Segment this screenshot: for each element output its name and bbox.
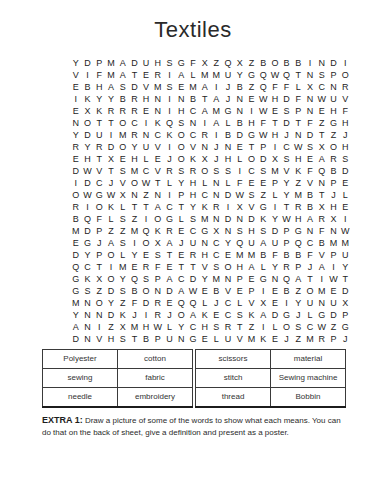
grid-cell: S [117, 286, 129, 298]
grid-cell: E [304, 153, 316, 165]
grid-cell: C [304, 238, 316, 250]
grid-cell: W [257, 93, 269, 105]
grid-cell: X [269, 153, 281, 165]
grid-cell: G [246, 69, 258, 81]
word-bank-item: needle [43, 387, 118, 407]
grid-cell: Z [117, 226, 129, 238]
grid-cell: Z [292, 177, 304, 189]
grid-cell: Q [70, 262, 82, 274]
grid-cell: Y [70, 129, 82, 141]
grid-cell: N [93, 310, 105, 322]
grid-cell: Q [175, 298, 187, 310]
grid-cell: B [129, 286, 141, 298]
grid-cell: R [70, 141, 82, 153]
grid-cell: D [269, 226, 281, 238]
grid-cell: Z [292, 286, 304, 298]
grid-cell: D [339, 165, 351, 177]
grid-cell: S [117, 165, 129, 177]
grid-cell: N [140, 129, 152, 141]
word-bank: Polyestercottonsewingfabricneedleembroid… [42, 349, 346, 408]
grid-cell: M [292, 189, 304, 201]
grid-cell: K [82, 93, 94, 105]
grid-cell: C [93, 177, 105, 189]
word-bank-item: scissors [196, 350, 271, 369]
grid-cell: M [339, 238, 351, 250]
grid-cell: I [164, 189, 176, 201]
grid-cell: V [199, 262, 211, 274]
grid-cell: G [164, 214, 176, 226]
grid-cell: U [339, 250, 351, 262]
grid-cell: Z [93, 286, 105, 298]
grid-cell: I [105, 129, 117, 141]
grid-cell: U [93, 129, 105, 141]
grid-cell: G [70, 274, 82, 286]
grid-cell: L [187, 69, 199, 81]
grid-cell: L [117, 202, 129, 214]
grid-cell: W [140, 177, 152, 189]
grid-cell: L [175, 214, 187, 226]
grid-cell: A [117, 69, 129, 81]
grid-cell: L [269, 189, 281, 201]
grid-cell: M [210, 69, 222, 81]
grid-cell: I [339, 214, 351, 226]
grid-cell: X [316, 141, 328, 153]
grid-cell: A [257, 310, 269, 322]
grid-cell: W [257, 105, 269, 117]
grid-cell: Q [140, 226, 152, 238]
grid-cell: N [199, 238, 211, 250]
grid-cell: G [82, 238, 94, 250]
grid-cell: J [222, 93, 234, 105]
grid-cell: U [222, 69, 234, 81]
grid-cell: J [304, 262, 316, 274]
grid-cell: H [246, 117, 258, 129]
grid-cell: X [117, 189, 129, 201]
grid-cell: H [339, 141, 351, 153]
grid-cell: N [82, 334, 94, 346]
grid-cell: I [269, 141, 281, 153]
word-bank-table-right: scissorsmaterialstitchSewing machinethre… [195, 349, 346, 408]
grid-cell: P [152, 334, 164, 346]
grid-cell: K [152, 117, 164, 129]
grid-cell: C [129, 117, 141, 129]
grid-cell: W [82, 165, 94, 177]
grid-cell: J [175, 238, 187, 250]
grid-cell: M [129, 165, 141, 177]
grid-cell: N [210, 177, 222, 189]
grid-cell: R [117, 105, 129, 117]
grid-cell: W [187, 286, 199, 298]
grid-cell: L [257, 262, 269, 274]
grid-cell: K [152, 226, 164, 238]
grid-cell: U [269, 238, 281, 250]
grid-cell: O [105, 250, 117, 262]
grid-cell: B [257, 250, 269, 262]
grid-cell: N [70, 117, 82, 129]
grid-cell: P [93, 250, 105, 262]
grid-cell: M [105, 69, 117, 81]
grid-cell: D [70, 165, 82, 177]
grid-cell: O [246, 153, 258, 165]
grid-cell: I [140, 310, 152, 322]
grid-cell: U [140, 57, 152, 69]
grid-cell: C [316, 81, 328, 93]
grid-cell: C [175, 274, 187, 286]
grid-cell: G [175, 57, 187, 69]
grid-cell: I [105, 262, 117, 274]
grid-cell: I [93, 322, 105, 334]
grid-cell: V [316, 250, 328, 262]
grid-cell: C [187, 105, 199, 117]
grid-cell: P [93, 226, 105, 238]
grid-cell: T [269, 117, 281, 129]
grid-cell: F [187, 57, 199, 69]
grid-cell: F [304, 250, 316, 262]
grid-cell: B [70, 214, 82, 226]
grid-cell: W [82, 189, 94, 201]
grid-cell: I [140, 117, 152, 129]
grid-cell: M [187, 81, 199, 93]
grid-cell: I [246, 105, 258, 117]
grid-cell: M [316, 286, 328, 298]
grid-cell: X [93, 274, 105, 286]
grid-cell: C [199, 189, 211, 201]
grid-cell: N [82, 298, 94, 310]
grid-cell: I [210, 129, 222, 141]
grid-cell: O [105, 274, 117, 286]
grid-cell: A [105, 81, 117, 93]
page-title: Textiles [0, 17, 386, 43]
grid-cell: O [304, 286, 316, 298]
grid-cell: S [164, 57, 176, 69]
grid-cell: X [328, 214, 340, 226]
grid-cell: G [70, 286, 82, 298]
grid-cell: I [70, 177, 82, 189]
grid-cell: B [304, 202, 316, 214]
grid-cell: Y [199, 274, 211, 286]
grid-cell: T [292, 117, 304, 129]
grid-cell: J [164, 153, 176, 165]
grid-cell: M [152, 81, 164, 93]
grid-cell: B [82, 81, 94, 93]
grid-cell: P [281, 226, 293, 238]
grid-cell: O [70, 189, 82, 201]
grid-cell: G [292, 226, 304, 238]
grid-cell: F [93, 69, 105, 81]
grid-cell: E [70, 105, 82, 117]
grid-cell: G [257, 274, 269, 286]
grid-cell: I [304, 57, 316, 69]
grid-cell: E [140, 105, 152, 117]
grid-cell: G [328, 117, 340, 129]
grid-cell: B [234, 117, 246, 129]
grid-cell: F [269, 250, 281, 262]
grid-cell: X [304, 81, 316, 93]
grid-cell: B [234, 81, 246, 93]
grid-cell: X [316, 202, 328, 214]
grid-cell: G [199, 226, 211, 238]
grid-cell: V [152, 165, 164, 177]
grid-cell: S [175, 165, 187, 177]
grid-cell: N [304, 69, 316, 81]
grid-cell: W [281, 214, 293, 226]
grid-cell: O [117, 141, 129, 153]
grid-cell: N [316, 298, 328, 310]
grid-cell: N [199, 141, 211, 153]
grid-cell: E [175, 226, 187, 238]
grid-cell: R [316, 214, 328, 226]
grid-cell: S [117, 81, 129, 93]
grid-cell: L [269, 322, 281, 334]
grid-cell: L [164, 322, 176, 334]
grid-cell: Y [281, 189, 293, 201]
grid-cell: D [82, 129, 94, 141]
grid-cell: S [82, 286, 94, 298]
grid-cell: Z [328, 322, 340, 334]
grid-cell: B [316, 238, 328, 250]
grid-cell: N [210, 214, 222, 226]
grid-cell: M [129, 226, 141, 238]
grid-cell: E [328, 286, 340, 298]
grid-cell: J [105, 177, 117, 189]
grid-cell: A [152, 202, 164, 214]
grid-cell: P [246, 286, 258, 298]
grid-cell: P [339, 310, 351, 322]
grid-cell: R [140, 262, 152, 274]
grid-cell: Q [222, 57, 234, 69]
grid-cell: T [175, 262, 187, 274]
grid-cell: P [328, 250, 340, 262]
grid-cell: V [117, 177, 129, 189]
grid-cell: C [246, 165, 258, 177]
grid-cell: H [82, 153, 94, 165]
grid-cell: I [164, 141, 176, 153]
grid-cell: R [152, 69, 164, 81]
grid-cell: N [292, 129, 304, 141]
grid-cell: D [82, 57, 94, 69]
grid-cell: E [234, 286, 246, 298]
grid-cell: U [328, 93, 340, 105]
grid-cell: D [222, 189, 234, 201]
word-bank-table-left: Polyestercottonsewingfabricneedleembroid… [42, 349, 193, 408]
grid-cell: D [129, 81, 141, 93]
grid-cell: I [257, 286, 269, 298]
grid-cell: Q [164, 117, 176, 129]
grid-cell: Y [105, 93, 117, 105]
grid-cell: T [93, 117, 105, 129]
grid-cell: R [199, 129, 211, 141]
grid-cell: J [210, 298, 222, 310]
grid-cell: T [316, 129, 328, 141]
grid-cell: E [140, 69, 152, 81]
grid-cell: K [257, 334, 269, 346]
grid-cell: H [269, 93, 281, 105]
grid-cell: G [187, 334, 199, 346]
grid-cell: K [117, 310, 129, 322]
grid-cell: I [328, 262, 340, 274]
grid-cell: E [140, 250, 152, 262]
grid-cell: J [210, 141, 222, 153]
grid-cell: U [246, 238, 258, 250]
grid-cell: M [70, 226, 82, 238]
grid-cell: F [316, 226, 328, 238]
grid-cell: O [269, 57, 281, 69]
grid-cell: L [222, 177, 234, 189]
grid-cell: N [222, 141, 234, 153]
grid-cell: V [222, 286, 234, 298]
grid-cell: Q [257, 69, 269, 81]
grid-cell: U [140, 141, 152, 153]
grid-cell: N [82, 322, 94, 334]
grid-cell: J [281, 129, 293, 141]
grid-cell: B [304, 189, 316, 201]
grid-cell: R [187, 250, 199, 262]
word-bank-item: Sewing machine [271, 368, 346, 387]
grid-cell: C [164, 202, 176, 214]
grid-cell: H [140, 322, 152, 334]
grid-cell: C [222, 310, 234, 322]
grid-cell: W [105, 189, 117, 201]
grid-cell: Q [316, 165, 328, 177]
grid-cell: X [105, 153, 117, 165]
grid-cell: L [199, 298, 211, 310]
grid-cell: E [70, 238, 82, 250]
grid-cell: L [292, 81, 304, 93]
grid-cell: I [269, 202, 281, 214]
grid-cell: I [164, 69, 176, 81]
grid-cell: I [257, 322, 269, 334]
grid-cell: X [257, 298, 269, 310]
grid-cell: Y [281, 177, 293, 189]
grid-cell: D [105, 310, 117, 322]
grid-cell: O [281, 322, 293, 334]
grid-cell: L [234, 298, 246, 310]
extra-text: Draw a picture of some of the words to s… [42, 416, 341, 437]
grid-cell: L [304, 310, 316, 322]
grid-cell: R [129, 93, 141, 105]
grid-cell: T [175, 202, 187, 214]
grid-cell: I [164, 105, 176, 117]
grid-cell: U [304, 298, 316, 310]
grid-cell: D [257, 153, 269, 165]
grid-cell: X [234, 202, 246, 214]
grid-cell: K [164, 129, 176, 141]
grid-cell: O [82, 117, 94, 129]
grid-cell: T [234, 322, 246, 334]
grid-cell: D [82, 177, 94, 189]
grid-cell: I [164, 93, 176, 105]
grid-cell: N [222, 226, 234, 238]
grid-cell: H [152, 57, 164, 69]
extra-instructions: EXTRA 1: Draw a picture of some of the w… [42, 414, 351, 439]
grid-cell: V [93, 334, 105, 346]
grid-cell: Y [82, 250, 94, 262]
grid-cell: O [222, 262, 234, 274]
grid-cell: B [328, 165, 340, 177]
grid-cell: B [140, 334, 152, 346]
grid-cell: M [117, 262, 129, 274]
grid-cell: T [187, 262, 199, 274]
grid-cell: T [316, 189, 328, 201]
grid-cell: Z [246, 322, 258, 334]
grid-cell: W [152, 322, 164, 334]
grid-cell: C [152, 129, 164, 141]
grid-cell: Y [269, 262, 281, 274]
grid-cell: F [304, 165, 316, 177]
grid-cell: R [316, 334, 328, 346]
grid-cell: H [328, 202, 340, 214]
grid-cell: C [187, 226, 199, 238]
grid-cell: Z [257, 189, 269, 201]
grid-cell: T [105, 165, 117, 177]
grid-cell: F [152, 262, 164, 274]
grid-cell: O [152, 214, 164, 226]
grid-cell: B [210, 286, 222, 298]
grid-cell: Z [129, 214, 141, 226]
grid-cell: R [164, 165, 176, 177]
grid-cell: E [339, 177, 351, 189]
grid-cell: E [234, 141, 246, 153]
grid-cell: G [316, 310, 328, 322]
grid-cell: N [234, 93, 246, 105]
grid-cell: F [269, 81, 281, 93]
grid-cell: D [281, 93, 293, 105]
grid-cell: T [281, 202, 293, 214]
grid-cell: E [246, 177, 258, 189]
grid-cell: E [269, 334, 281, 346]
grid-cell: O [175, 310, 187, 322]
grid-cell: C [210, 250, 222, 262]
grid-cell: K [246, 310, 258, 322]
grid-cell: N [234, 214, 246, 226]
grid-cell: E [316, 105, 328, 117]
grid-cell: H [292, 214, 304, 226]
grid-cell: R [164, 226, 176, 238]
grid-cell: P [328, 177, 340, 189]
grid-cell: K [257, 214, 269, 226]
grid-cell: W [328, 274, 340, 286]
grid-cell: R [70, 202, 82, 214]
grid-cell: Z [246, 81, 258, 93]
grid-cell: S [140, 274, 152, 286]
grid-cell: O [129, 177, 141, 189]
grid-cell: H [105, 334, 117, 346]
word-search-grid: YDPMADUHSGFXZQXZBOBBINDIVIFMATERIALMMUYG… [70, 57, 351, 346]
grid-cell: D [70, 334, 82, 346]
grid-cell: S [164, 81, 176, 93]
grid-cell: X [210, 226, 222, 238]
grid-cell: E [199, 286, 211, 298]
grid-cell: N [234, 105, 246, 117]
grid-cell: T [339, 274, 351, 286]
grid-cell: Z [105, 322, 117, 334]
grid-cell: N [328, 81, 340, 93]
grid-cell: U [222, 334, 234, 346]
grid-cell: D [140, 298, 152, 310]
grid-cell: I [222, 202, 234, 214]
grid-cell: O [140, 238, 152, 250]
grid-cell: D [222, 214, 234, 226]
grid-cell: I [140, 214, 152, 226]
grid-cell: D [281, 117, 293, 129]
grid-cell: B [292, 250, 304, 262]
grid-cell: X [82, 105, 94, 117]
grid-cell: N [304, 226, 316, 238]
grid-cell: Y [234, 69, 246, 81]
grid-cell: S [152, 250, 164, 262]
grid-cell: S [257, 165, 269, 177]
grid-cell: S [281, 153, 293, 165]
